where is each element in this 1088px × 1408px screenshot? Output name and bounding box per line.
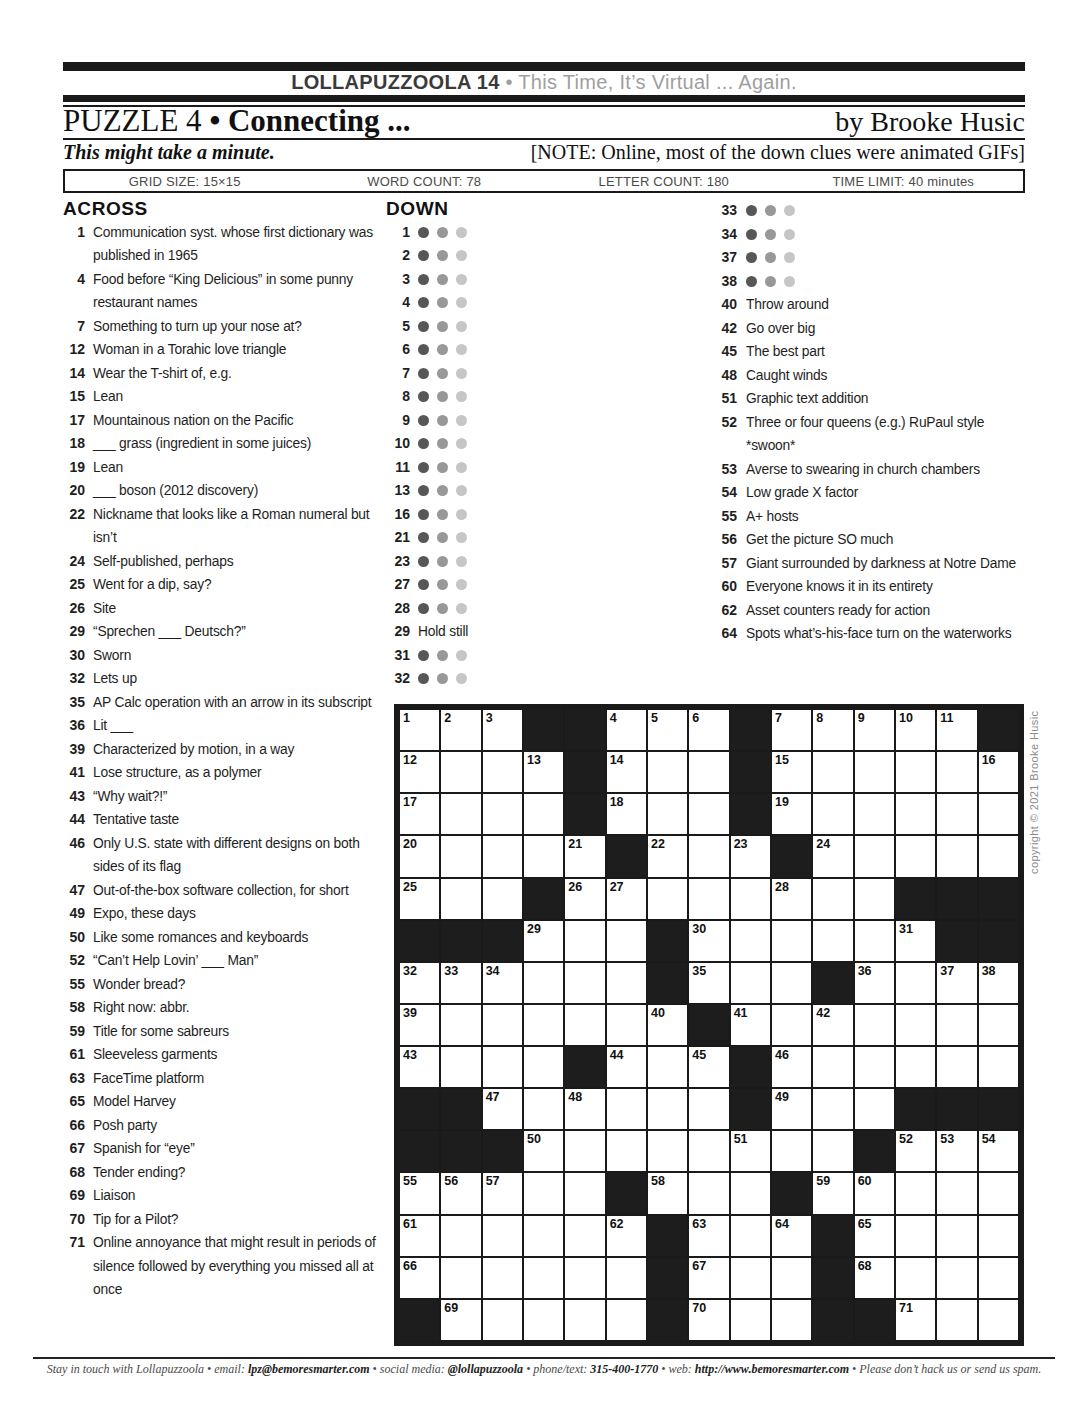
gif-dot-icon: [456, 532, 467, 543]
grid-cell[interactable]: [813, 1131, 852, 1171]
grid-cell[interactable]: [896, 1216, 935, 1256]
grid-cell[interactable]: 25: [400, 879, 439, 919]
grid-cell[interactable]: [689, 794, 728, 834]
clue-text: Spanish for “eye”: [93, 1137, 385, 1161]
grid-cell[interactable]: 29: [524, 921, 563, 961]
grid-cell[interactable]: 69: [441, 1300, 480, 1340]
grid-cell[interactable]: 36: [855, 963, 894, 1003]
grid-cell[interactable]: 62: [607, 1216, 646, 1256]
gif-dot-icon: [765, 252, 776, 263]
clue-text: “Sprechen ___ Deutsch?”: [93, 620, 385, 644]
grid-cell[interactable]: [937, 1005, 976, 1045]
grid-cell[interactable]: [731, 963, 770, 1003]
clue-number: 58: [63, 996, 85, 1020]
grid-cell[interactable]: 31: [896, 921, 935, 961]
grid-cell[interactable]: [896, 1005, 935, 1045]
grid-cell[interactable]: [524, 1089, 563, 1129]
clue-number: 47: [63, 879, 85, 903]
grid-cell[interactable]: 14: [607, 752, 646, 792]
grid-cell[interactable]: [731, 1300, 770, 1340]
gif-dot-icon: [456, 650, 467, 661]
grid-cell[interactable]: 59: [813, 1173, 852, 1213]
grid-cell[interactable]: [648, 752, 687, 792]
grid-cell[interactable]: [524, 794, 563, 834]
info-item: LETTER COUNT: 180: [544, 174, 784, 189]
grid-cell[interactable]: [441, 752, 480, 792]
clue-item: 24Self-published, perhaps: [63, 550, 387, 574]
clue-number: 12: [63, 338, 85, 362]
grid-cell[interactable]: 27: [607, 879, 646, 919]
clue-item: 58Right now: abbr.: [63, 996, 387, 1020]
grid-cell[interactable]: [441, 1005, 480, 1045]
clue-text: A+ hosts: [746, 505, 1026, 529]
grid-cell[interactable]: [483, 1258, 522, 1298]
grid-cell[interactable]: [772, 1258, 811, 1298]
grid-cell[interactable]: [483, 1047, 522, 1087]
grid-cell[interactable]: [855, 921, 894, 961]
grid-cell[interactable]: [896, 1047, 935, 1087]
grid-cell[interactable]: 65: [855, 1216, 894, 1256]
grid-cell[interactable]: [772, 921, 811, 961]
grid-cell[interactable]: 71: [896, 1300, 935, 1340]
clue-item: 39Characterized by motion, in a way: [63, 738, 387, 762]
grid-cell[interactable]: [524, 836, 563, 876]
grid-cell[interactable]: 48: [565, 1089, 604, 1129]
grid-cell[interactable]: [937, 1047, 976, 1087]
grid-cell[interactable]: 1: [400, 710, 439, 750]
grid-cell[interactable]: [979, 1005, 1018, 1045]
clue-item: 52“Can’t Help Lovin’ ___ Man”: [63, 949, 387, 973]
grid-cell[interactable]: [524, 963, 563, 1003]
black-square: [441, 921, 480, 961]
clue-item: 51Graphic text addition: [710, 387, 1028, 411]
grid-cell[interactable]: [565, 1300, 604, 1340]
clue-number: 32: [63, 667, 85, 691]
grid-cell[interactable]: [731, 1258, 770, 1298]
grid-cell[interactable]: 64: [772, 1216, 811, 1256]
grid-cell[interactable]: [896, 1258, 935, 1298]
grid-cell[interactable]: [979, 1173, 1018, 1213]
grid-cell[interactable]: 34: [483, 963, 522, 1003]
clue-text: Averse to swearing in church chambers: [746, 458, 1026, 482]
grid-cell[interactable]: [937, 1258, 976, 1298]
grid-cell[interactable]: [441, 1047, 480, 1087]
grid-cell[interactable]: [689, 1131, 728, 1171]
grid-cell[interactable]: 57: [483, 1173, 522, 1213]
grid-cell[interactable]: [689, 1173, 728, 1213]
grid-cell[interactable]: [524, 1300, 563, 1340]
event-tagline: • This Time, It’s Virtual ... Again.: [500, 71, 797, 93]
title-rule: [63, 138, 1025, 140]
grid-cell[interactable]: 7: [772, 710, 811, 750]
grid-cell[interactable]: [524, 1216, 563, 1256]
grid-cell[interactable]: 43: [400, 1047, 439, 1087]
clue-number: 46: [63, 832, 85, 879]
clue-item: 27: [386, 573, 676, 597]
puzzle-number: PUZZLE 4: [63, 103, 209, 138]
black-square: [731, 1089, 770, 1129]
grid-cell[interactable]: 50: [524, 1131, 563, 1171]
gif-dot-icon: [437, 344, 448, 355]
clue-number: 52: [63, 949, 85, 973]
footer-contact-line: Stay in touch with Lollapuzzoola • email…: [0, 1362, 1088, 1377]
gif-dot-icon: [784, 205, 795, 216]
grid-cell[interactable]: 39: [400, 1005, 439, 1045]
grid-cell[interactable]: [524, 1258, 563, 1298]
grid-cell[interactable]: 26: [565, 879, 604, 919]
grid-cell[interactable]: [855, 1047, 894, 1087]
grid-cell[interactable]: [483, 1216, 522, 1256]
black-square: [607, 836, 646, 876]
gif-dot-icon: [418, 415, 429, 426]
black-square: [731, 1047, 770, 1087]
grid-cell[interactable]: [937, 836, 976, 876]
grid-cell[interactable]: [607, 921, 646, 961]
clue-text: Sworn: [93, 644, 385, 668]
clue-item: 40Throw around: [710, 293, 1028, 317]
grid-cell[interactable]: [483, 794, 522, 834]
clue-number: 7: [386, 362, 410, 386]
grid-cell[interactable]: [483, 879, 522, 919]
clue-item: 25Went for a dip, say?: [63, 573, 387, 597]
grid-cell[interactable]: [689, 1089, 728, 1129]
cell-number: 57: [486, 1174, 500, 1188]
grid-cell[interactable]: [565, 1131, 604, 1171]
grid-cell[interactable]: 5: [648, 710, 687, 750]
grid-cell[interactable]: 10: [896, 710, 935, 750]
clue-text: Out-of-the-box software collection, for …: [93, 879, 385, 903]
clue-text: The best part: [746, 340, 1026, 364]
gif-dot-icon: [456, 297, 467, 308]
grid-cell[interactable]: [979, 794, 1018, 834]
grid-cell[interactable]: [937, 1173, 976, 1213]
grid-cell[interactable]: [648, 1047, 687, 1087]
clue-number: 10: [386, 432, 410, 456]
clue-item: 60Everyone knows it in its entirety: [710, 575, 1028, 599]
grid-cell[interactable]: [607, 1258, 646, 1298]
black-square: [937, 1089, 976, 1129]
grid-cell[interactable]: 56: [441, 1173, 480, 1213]
grid-cell[interactable]: 19: [772, 794, 811, 834]
down-clue-list-2: 3334373840Throw around42Go over big45The…: [710, 199, 1028, 646]
clue-number: 24: [63, 550, 85, 574]
grid-cell[interactable]: 52: [896, 1131, 935, 1171]
grid-cell[interactable]: 41: [731, 1005, 770, 1045]
clue-number: 18: [63, 432, 85, 456]
footer-text: • social media:: [370, 1362, 448, 1376]
grid-cell[interactable]: [689, 836, 728, 876]
grid-cell[interactable]: [524, 1173, 563, 1213]
grid-cell[interactable]: [441, 836, 480, 876]
animated-gif-placeholder: [418, 573, 668, 597]
clue-item: 57Giant surrounded by darkness at Notre …: [710, 552, 1028, 576]
gif-dot-icon: [437, 415, 448, 426]
grid-cell[interactable]: [565, 1216, 604, 1256]
clue-number: 57: [710, 552, 737, 576]
grid-cell[interactable]: 16: [979, 752, 1018, 792]
grid-cell[interactable]: 49: [772, 1089, 811, 1129]
clue-number: 8: [386, 385, 410, 409]
animated-gif-placeholder: [418, 526, 668, 550]
black-square: [483, 1131, 522, 1171]
grid-cell[interactable]: [896, 836, 935, 876]
grid-cell[interactable]: [441, 1216, 480, 1256]
cell-number: 30: [692, 922, 706, 936]
grid-cell[interactable]: 2: [441, 710, 480, 750]
grid-cell[interactable]: 18: [607, 794, 646, 834]
grid-cell[interactable]: [937, 752, 976, 792]
cell-number: 58: [651, 1174, 665, 1188]
info-bar: GRID SIZE: 15×15WORD COUNT: 78LETTER COU…: [63, 169, 1025, 193]
grid-cell[interactable]: 68: [855, 1258, 894, 1298]
clue-number: 20: [63, 479, 85, 503]
grid-cell[interactable]: [689, 752, 728, 792]
grid-cell[interactable]: 67: [689, 1258, 728, 1298]
black-square: [937, 921, 976, 961]
grid-cell[interactable]: [441, 1258, 480, 1298]
grid-cell[interactable]: [565, 1258, 604, 1298]
clue-number: 35: [63, 691, 85, 715]
grid-cell[interactable]: [937, 1216, 976, 1256]
grid-cell[interactable]: 53: [937, 1131, 976, 1171]
cell-number: 47: [486, 1090, 500, 1104]
cell-number: 44: [610, 1048, 624, 1062]
clue-number: 67: [63, 1137, 85, 1161]
grid-cell[interactable]: [731, 1173, 770, 1213]
grid-cell[interactable]: [855, 794, 894, 834]
grid-cell[interactable]: 21: [565, 836, 604, 876]
grid-cell[interactable]: 3: [483, 710, 522, 750]
grid-cell[interactable]: [689, 879, 728, 919]
clue-text: Lean: [93, 456, 385, 480]
grid-cell[interactable]: [772, 1300, 811, 1340]
clue-number: 38: [710, 270, 737, 294]
clue-item: 1: [386, 221, 676, 245]
clue-text: Graphic text addition: [746, 387, 1026, 411]
clue-item: 53Averse to swearing in church chambers: [710, 458, 1028, 482]
grid-cell[interactable]: 20: [400, 836, 439, 876]
grid-cell[interactable]: [937, 794, 976, 834]
clue-number: 59: [63, 1020, 85, 1044]
grid-cell[interactable]: 23: [731, 836, 770, 876]
grid-cell[interactable]: 17: [400, 794, 439, 834]
grid-cell[interactable]: [565, 963, 604, 1003]
grid-cell[interactable]: [772, 963, 811, 1003]
puzzle-name: • Connecting ...: [209, 103, 410, 138]
grid-cell[interactable]: 37: [937, 963, 976, 1003]
grid-cell[interactable]: 40: [648, 1005, 687, 1045]
grid-cell[interactable]: 35: [689, 963, 728, 1003]
grid-cell[interactable]: 6: [689, 710, 728, 750]
grid-cell[interactable]: [813, 879, 852, 919]
black-square: [607, 1173, 646, 1213]
grid-cell[interactable]: 47: [483, 1089, 522, 1129]
grid-cell[interactable]: [483, 1005, 522, 1045]
gif-dot-icon: [437, 391, 448, 402]
grid-cell[interactable]: [855, 836, 894, 876]
grid-cell[interactable]: [855, 752, 894, 792]
grid-cell[interactable]: 9: [855, 710, 894, 750]
cell-number: 15: [775, 753, 789, 767]
info-item: TIME LIMIT: 40 minutes: [784, 174, 1024, 189]
grid-cell[interactable]: [731, 921, 770, 961]
grid-cell[interactable]: 32: [400, 963, 439, 1003]
grid-cell[interactable]: 22: [648, 836, 687, 876]
grid-cell[interactable]: 70: [689, 1300, 728, 1340]
clue-text: Caught winds: [746, 364, 1026, 388]
clue-item: 35AP Calc operation with an arrow in its…: [63, 691, 387, 715]
cell-number: 5: [651, 711, 658, 725]
grid-cell[interactable]: 63: [689, 1216, 728, 1256]
grid-cell[interactable]: [607, 1300, 646, 1340]
grid-cell[interactable]: [979, 1258, 1018, 1298]
cell-number: 56: [444, 1174, 458, 1188]
grid-cell[interactable]: [648, 794, 687, 834]
grid-cell[interactable]: [565, 1173, 604, 1213]
grid-cell[interactable]: [648, 1089, 687, 1129]
grid-cell[interactable]: 4: [607, 710, 646, 750]
grid-cell[interactable]: [813, 921, 852, 961]
grid-cell[interactable]: [896, 794, 935, 834]
grid-cell[interactable]: [607, 1089, 646, 1129]
grid-cell[interactable]: [524, 1047, 563, 1087]
grid-cell[interactable]: 45: [689, 1047, 728, 1087]
gif-dot-icon: [418, 227, 429, 238]
clue-item: 26Site: [63, 597, 387, 621]
grid-cell[interactable]: 13: [524, 752, 563, 792]
grid-cell[interactable]: [648, 1131, 687, 1171]
grid-cell[interactable]: [607, 963, 646, 1003]
clue-text: Get the picture SO much: [746, 528, 1026, 552]
clue-item: 4: [386, 291, 676, 315]
grid-cell[interactable]: 28: [772, 879, 811, 919]
clue-text: Model Harvey: [93, 1090, 385, 1114]
clue-text: Tender ending?: [93, 1161, 385, 1185]
clue-text: Tentative taste: [93, 808, 385, 832]
grid-cell[interactable]: [896, 752, 935, 792]
cell-number: 10: [899, 711, 913, 725]
clue-item: 20___ boson (2012 discovery): [63, 479, 387, 503]
grid-cell[interactable]: 46: [772, 1047, 811, 1087]
grid-cell[interactable]: [441, 879, 480, 919]
grid-cell[interactable]: [772, 1131, 811, 1171]
grid-cell[interactable]: [565, 921, 604, 961]
grid-cell[interactable]: [937, 1300, 976, 1340]
grid-cell[interactable]: [979, 1216, 1018, 1256]
grid-cell[interactable]: 60: [855, 1173, 894, 1213]
down-column-2: 3334373840Throw around42Go over big45The…: [710, 199, 1028, 646]
grid-cell[interactable]: [979, 1300, 1018, 1340]
grid-cell[interactable]: [813, 1047, 852, 1087]
grid-cell[interactable]: 51: [731, 1131, 770, 1171]
grid-cell[interactable]: [813, 794, 852, 834]
cell-number: 36: [858, 964, 872, 978]
clue-number: 65: [63, 1090, 85, 1114]
grid-cell[interactable]: [855, 879, 894, 919]
grid-cell[interactable]: [813, 1089, 852, 1129]
grid-cell[interactable]: [855, 1005, 894, 1045]
grid-cell[interactable]: 54: [979, 1131, 1018, 1171]
grid-cell[interactable]: [896, 963, 935, 1003]
grid-cell[interactable]: [979, 1047, 1018, 1087]
black-square: [772, 1173, 811, 1213]
copyright-note: copyright © 2021 Brooke Husic: [1028, 711, 1040, 874]
grid-cell[interactable]: 33: [441, 963, 480, 1003]
clue-number: 1: [63, 221, 85, 268]
black-square: [896, 1089, 935, 1129]
cell-number: 38: [982, 964, 996, 978]
grid-cell[interactable]: [565, 1005, 604, 1045]
cell-number: 26: [568, 880, 582, 894]
grid-cell[interactable]: [483, 836, 522, 876]
grid-cell[interactable]: [441, 794, 480, 834]
clue-number: 48: [710, 364, 737, 388]
gif-dot-icon: [456, 438, 467, 449]
grid-cell[interactable]: 38: [979, 963, 1018, 1003]
grid-cell[interactable]: 11: [937, 710, 976, 750]
gif-dot-icon: [437, 556, 448, 567]
grid-cell[interactable]: [731, 1216, 770, 1256]
grid-cell[interactable]: [979, 836, 1018, 876]
grid-cell[interactable]: [607, 1131, 646, 1171]
footer-contact-value: @lollapuzzoola: [448, 1362, 523, 1376]
black-square: [441, 1131, 480, 1171]
grid-cell[interactable]: 30: [689, 921, 728, 961]
clue-number: 29: [386, 620, 410, 644]
clue-number: 15: [63, 385, 85, 409]
grid-cell[interactable]: 44: [607, 1047, 646, 1087]
grid-cell[interactable]: [524, 1005, 563, 1045]
grid-cell[interactable]: 8: [813, 710, 852, 750]
grid-cell[interactable]: 15: [772, 752, 811, 792]
clue-item: 29Hold still: [386, 620, 676, 644]
clue-item: 42Go over big: [710, 317, 1028, 341]
grid-cell[interactable]: [607, 1005, 646, 1045]
grid-cell[interactable]: [483, 1300, 522, 1340]
grid-cell[interactable]: 58: [648, 1173, 687, 1213]
clue-item: 38: [710, 270, 1028, 294]
clue-number: 70: [63, 1208, 85, 1232]
grid-cell[interactable]: 61: [400, 1216, 439, 1256]
gif-dot-icon: [456, 673, 467, 684]
clue-number: 52: [710, 411, 737, 458]
clue-item: 47Out-of-the-box software collection, fo…: [63, 879, 387, 903]
grid-cell[interactable]: [483, 752, 522, 792]
clue-number: 41: [63, 761, 85, 785]
grid-cell[interactable]: 55: [400, 1173, 439, 1213]
cell-number: 43: [403, 1048, 417, 1062]
clue-item: 33: [710, 199, 1028, 223]
clue-text: Tip for a Pilot?: [93, 1208, 385, 1232]
grid-cell[interactable]: 24: [813, 836, 852, 876]
grid-cell[interactable]: [731, 879, 770, 919]
event-brand: LOLLAPUZZOOLA 14: [291, 71, 500, 93]
grid-cell[interactable]: [648, 879, 687, 919]
gif-dot-icon: [418, 344, 429, 355]
grid-cell[interactable]: [896, 1173, 935, 1213]
clue-item: 49Expo, these days: [63, 902, 387, 926]
grid-cell[interactable]: [855, 1089, 894, 1129]
cell-number: 25: [403, 880, 417, 894]
grid-cell[interactable]: [772, 1005, 811, 1045]
grid-cell[interactable]: 12: [400, 752, 439, 792]
grid-cell[interactable]: [813, 752, 852, 792]
grid-cell[interactable]: 66: [400, 1258, 439, 1298]
footer-contact-value: http://www.bemoresmarter.com: [695, 1362, 849, 1376]
black-square: [400, 1131, 439, 1171]
animated-gif-placeholder: [746, 270, 1026, 294]
grid-cell[interactable]: 42: [813, 1005, 852, 1045]
